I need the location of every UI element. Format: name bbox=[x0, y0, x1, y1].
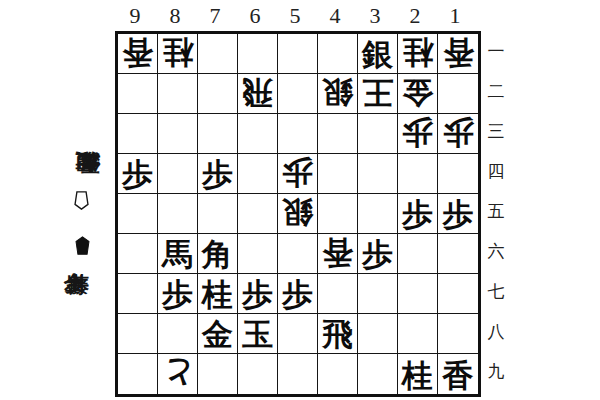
file-label-8: 8 bbox=[155, 2, 195, 30]
square-6-9[interactable] bbox=[238, 354, 278, 394]
sente-piece-歩-5-7[interactable]: 歩 bbox=[282, 279, 313, 310]
square-8-8[interactable] bbox=[158, 314, 198, 354]
square-3-8[interactable] bbox=[358, 314, 398, 354]
square-7-4[interactable]: 歩 bbox=[198, 154, 238, 194]
square-6-7[interactable]: 歩 bbox=[238, 274, 278, 314]
square-2-3[interactable]: 歩 bbox=[398, 114, 438, 154]
square-9-4[interactable]: 歩 bbox=[118, 154, 158, 194]
gote-piece-飛-6-2[interactable]: 飛 bbox=[242, 77, 273, 108]
gote-piece-金-2-2[interactable]: 金 bbox=[402, 77, 433, 108]
sente-piece-marker-icon bbox=[74, 236, 91, 255]
file-label-6: 6 bbox=[235, 2, 275, 30]
square-1-1[interactable]: 香 bbox=[438, 34, 478, 74]
square-4-5[interactable] bbox=[318, 194, 358, 234]
sente-piece-飛-4-8[interactable]: 飛 bbox=[322, 319, 353, 350]
rank-label-5: 五 bbox=[484, 191, 508, 231]
square-1-9[interactable]: 香 bbox=[438, 354, 478, 394]
sente-piece-銀-3-1[interactable]: 銀 bbox=[362, 39, 393, 70]
gote-piece-と-8-9[interactable]: と bbox=[162, 358, 194, 389]
square-8-1[interactable]: 桂 bbox=[158, 34, 198, 74]
sente-piece-歩-8-7[interactable]: 歩 bbox=[162, 279, 193, 310]
file-label-5: 5 bbox=[275, 2, 315, 30]
square-8-2[interactable] bbox=[158, 74, 198, 114]
square-3-5[interactable] bbox=[358, 194, 398, 234]
sente-piece-歩-2-5[interactable]: 歩 bbox=[402, 199, 433, 230]
square-9-9[interactable] bbox=[118, 354, 158, 394]
sente-piece-歩-1-5[interactable]: 歩 bbox=[443, 199, 474, 230]
square-2-6[interactable] bbox=[398, 234, 438, 274]
square-3-9[interactable] bbox=[358, 354, 398, 394]
square-4-9[interactable] bbox=[318, 354, 358, 394]
square-1-6[interactable] bbox=[438, 234, 478, 274]
square-7-1[interactable] bbox=[198, 34, 238, 74]
square-9-6[interactable] bbox=[118, 234, 158, 274]
square-5-3[interactable] bbox=[278, 114, 318, 154]
square-1-2[interactable] bbox=[438, 74, 478, 114]
square-6-5[interactable] bbox=[238, 194, 278, 234]
sente-piece-歩-3-6[interactable]: 歩 bbox=[362, 239, 393, 270]
shogi-board: 香桂銀桂香飛銀王金歩歩歩歩歩銀歩歩馬角香歩歩桂歩歩金玉飛と桂香 bbox=[115, 31, 481, 397]
gote-piece-香-4-6[interactable]: 香 bbox=[322, 237, 353, 268]
gote-piece-歩-5-4[interactable]: 歩 bbox=[282, 157, 313, 188]
square-4-8[interactable]: 飛 bbox=[318, 314, 358, 354]
square-1-7[interactable] bbox=[438, 274, 478, 314]
square-6-6[interactable] bbox=[238, 234, 278, 274]
file-coordinates: 987654321 bbox=[115, 2, 475, 30]
square-2-9[interactable]: 桂 bbox=[398, 354, 438, 394]
square-6-2[interactable]: 飛 bbox=[238, 74, 278, 114]
square-8-7[interactable]: 歩 bbox=[158, 274, 198, 314]
square-2-8[interactable] bbox=[398, 314, 438, 354]
gote-piece-marker-icon bbox=[74, 191, 91, 210]
sente-piece-桂-7-7[interactable]: 桂 bbox=[202, 279, 233, 310]
square-9-3[interactable] bbox=[118, 114, 158, 154]
square-7-9[interactable] bbox=[198, 354, 238, 394]
sente-piece-玉-6-8[interactable]: 玉 bbox=[242, 319, 273, 350]
square-8-3[interactable] bbox=[158, 114, 198, 154]
square-8-9[interactable]: と bbox=[158, 354, 198, 394]
square-4-2[interactable]: 銀 bbox=[318, 74, 358, 114]
square-5-7[interactable]: 歩 bbox=[278, 274, 318, 314]
sente-player-label: 藤井 金歩 bbox=[66, 236, 98, 384]
square-1-5[interactable]: 歩 bbox=[438, 194, 478, 234]
square-2-7[interactable] bbox=[398, 274, 438, 314]
sente-piece-歩-9-4[interactable]: 歩 bbox=[122, 159, 153, 190]
gote-piece-銀-5-5[interactable]: 銀 bbox=[282, 197, 313, 228]
square-4-4[interactable] bbox=[318, 154, 358, 194]
square-6-1[interactable] bbox=[238, 34, 278, 74]
sente-piece-角-7-6[interactable]: 角 bbox=[202, 239, 233, 270]
sente-piece-金-7-8[interactable]: 金 bbox=[202, 319, 233, 350]
file-label-3: 3 bbox=[355, 2, 395, 30]
square-8-4[interactable] bbox=[158, 154, 198, 194]
square-6-4[interactable] bbox=[238, 154, 278, 194]
square-7-7[interactable]: 桂 bbox=[198, 274, 238, 314]
square-5-9[interactable] bbox=[278, 354, 318, 394]
gote-piece-桂-2-1[interactable]: 桂 bbox=[402, 37, 433, 68]
gote-piece-歩-1-3[interactable]: 歩 bbox=[443, 117, 474, 148]
square-5-1[interactable] bbox=[278, 34, 318, 74]
gote-piece-歩-2-3[interactable]: 歩 bbox=[402, 117, 433, 148]
square-9-8[interactable] bbox=[118, 314, 158, 354]
rank-label-1: 一 bbox=[484, 31, 508, 71]
sente-piece-桂-2-9[interactable]: 桂 bbox=[402, 360, 433, 391]
sente-piece-歩-7-4[interactable]: 歩 bbox=[202, 159, 233, 190]
gote-piece-銀-4-2[interactable]: 銀 bbox=[322, 77, 353, 108]
gote-piece-香-9-1[interactable]: 香 bbox=[122, 37, 153, 68]
rank-label-7: 七 bbox=[484, 271, 508, 311]
square-2-1[interactable]: 桂 bbox=[398, 34, 438, 74]
square-3-2[interactable]: 王 bbox=[358, 74, 398, 114]
gote-piece-香-1-1[interactable]: 香 bbox=[443, 37, 474, 68]
file-label-1: 1 bbox=[435, 2, 475, 30]
file-label-2: 2 bbox=[395, 2, 435, 30]
rank-label-6: 六 bbox=[484, 231, 508, 271]
square-9-2[interactable] bbox=[118, 74, 158, 114]
rank-coordinates: 一二三四五六七八九 bbox=[484, 31, 508, 391]
square-5-6[interactable] bbox=[278, 234, 318, 274]
file-label-4: 4 bbox=[315, 2, 355, 30]
rank-label-2: 二 bbox=[484, 71, 508, 111]
square-4-3[interactable] bbox=[318, 114, 358, 154]
square-5-5[interactable]: 銀 bbox=[278, 194, 318, 234]
square-7-8[interactable]: 金 bbox=[198, 314, 238, 354]
sente-piece-歩-6-7[interactable]: 歩 bbox=[242, 279, 273, 310]
sente-piece-馬-8-6[interactable]: 馬 bbox=[162, 239, 193, 270]
square-3-6[interactable]: 歩 bbox=[358, 234, 398, 274]
square-7-2[interactable] bbox=[198, 74, 238, 114]
square-8-5[interactable] bbox=[158, 194, 198, 234]
rank-label-3: 三 bbox=[484, 111, 508, 151]
square-5-2[interactable] bbox=[278, 74, 318, 114]
square-5-8[interactable] bbox=[278, 314, 318, 354]
rank-label-8: 八 bbox=[484, 311, 508, 351]
square-1-3[interactable]: 歩 bbox=[438, 114, 478, 154]
square-7-5[interactable] bbox=[198, 194, 238, 234]
square-4-6[interactable]: 香 bbox=[318, 234, 358, 274]
square-3-1[interactable]: 銀 bbox=[358, 34, 398, 74]
shogi-diagram: 987654321 香桂銀桂香飛銀王金歩歩歩歩歩銀歩歩馬角香歩歩桂歩歩金玉飛と桂… bbox=[0, 0, 600, 400]
square-6-8[interactable]: 玉 bbox=[238, 314, 278, 354]
square-3-7[interactable] bbox=[358, 274, 398, 314]
square-2-2[interactable]: 金 bbox=[398, 74, 438, 114]
square-3-4[interactable] bbox=[358, 154, 398, 194]
file-label-7: 7 bbox=[195, 2, 235, 30]
square-1-4[interactable] bbox=[438, 154, 478, 194]
rank-label-4: 四 bbox=[484, 151, 508, 191]
square-3-3[interactable] bbox=[358, 114, 398, 154]
square-2-5[interactable]: 歩 bbox=[398, 194, 438, 234]
square-4-1[interactable] bbox=[318, 34, 358, 74]
square-7-3[interactable] bbox=[198, 114, 238, 154]
gote-piece-桂-8-1[interactable]: 桂 bbox=[162, 37, 193, 68]
square-9-5[interactable] bbox=[118, 194, 158, 234]
square-5-4[interactable]: 歩 bbox=[278, 154, 318, 194]
square-4-7[interactable] bbox=[318, 274, 358, 314]
square-1-8[interactable] bbox=[438, 314, 478, 354]
square-2-4[interactable] bbox=[398, 154, 438, 194]
rank-label-9: 九 bbox=[484, 351, 508, 391]
gote-piece-王-3-2[interactable]: 王 bbox=[362, 77, 393, 108]
gote-player-label: 渡辺 金銀歩五 bbox=[66, 40, 98, 210]
square-9-7[interactable] bbox=[118, 274, 158, 314]
square-8-6[interactable]: 馬 bbox=[158, 234, 198, 274]
square-7-6[interactable]: 角 bbox=[198, 234, 238, 274]
square-9-1[interactable]: 香 bbox=[118, 34, 158, 74]
square-6-3[interactable] bbox=[238, 114, 278, 154]
sente-piece-香-1-9[interactable]: 香 bbox=[443, 360, 474, 391]
file-label-9: 9 bbox=[115, 2, 155, 30]
